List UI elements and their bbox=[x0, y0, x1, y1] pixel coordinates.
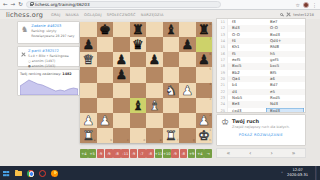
square-f5[interactable] bbox=[163, 67, 180, 82]
lock-icon bbox=[30, 4, 33, 7]
file-label-c: c bbox=[127, 139, 129, 142]
username[interactable]: tester1218 bbox=[293, 12, 314, 17]
lichess-logo[interactable]: lichess.org bbox=[6, 11, 43, 19]
black-queen: ♛ bbox=[130, 37, 147, 52]
square-a7[interactable]: ♟ bbox=[80, 37, 97, 52]
black-rook: ♜ bbox=[130, 22, 147, 37]
clock-date: 2020-03-31 bbox=[287, 173, 308, 178]
square-h2[interactable]: ♟2 bbox=[196, 113, 213, 128]
chrome-icon[interactable] bbox=[27, 170, 34, 177]
browser-menu-icon[interactable]: ⋮ bbox=[312, 2, 317, 8]
system-tray: ˄ 12:07 2020-03-31 bbox=[281, 166, 317, 180]
puzzle-title-link[interactable]: Zadanie #46203 bbox=[31, 24, 74, 28]
black-pawn: ♟ bbox=[113, 52, 130, 67]
square-d8[interactable]: ♜ bbox=[130, 22, 147, 37]
square-b8[interactable]: ♚ bbox=[97, 22, 114, 37]
puzzle-played-count: Rozwiązywane 28 297 razy bbox=[31, 34, 74, 38]
white-pawn: ♟ bbox=[179, 83, 196, 98]
your-move-panel: ♔ Twój ruch Znajdź najlepszy ruch dla bi… bbox=[216, 114, 306, 146]
move-number: 25 bbox=[217, 108, 228, 113]
history-result-cell[interactable]: -8 bbox=[113, 149, 121, 158]
square-a3[interactable] bbox=[80, 98, 97, 113]
square-h8[interactable]: ♜8 bbox=[196, 22, 213, 37]
square-b1[interactable]: b bbox=[97, 128, 114, 143]
square-g4[interactable]: ♟ bbox=[179, 83, 196, 98]
square-a6[interactable]: ♛ bbox=[80, 52, 97, 67]
history-result-cell[interactable]: +4 bbox=[80, 149, 88, 158]
square-e3[interactable]: ♝ bbox=[146, 98, 163, 113]
rank-label-7: 7 bbox=[209, 38, 211, 41]
square-b3[interactable] bbox=[97, 98, 114, 113]
first-move-button[interactable]: « bbox=[226, 150, 230, 156]
square-c8[interactable] bbox=[113, 22, 130, 37]
square-g6[interactable] bbox=[179, 52, 196, 67]
next-move-button[interactable]: › bbox=[270, 150, 272, 156]
square-a2[interactable]: ♟ bbox=[80, 113, 97, 128]
history-result-cell[interactable]: -7 bbox=[138, 149, 146, 158]
history-result-cell[interactable]: -8 bbox=[180, 149, 188, 158]
square-c7[interactable] bbox=[113, 37, 130, 52]
white-king-icon: ♔ bbox=[221, 118, 229, 127]
square-c4[interactable] bbox=[113, 83, 130, 98]
main-nav: GRAJNAUKAOGLĄDAJSPOŁECZNOŚĆNARZĘDZIA bbox=[51, 13, 164, 17]
rating-label: Twój ranking zadaniowy: bbox=[20, 72, 62, 76]
history-result-cell[interactable]: -11 bbox=[121, 149, 129, 158]
rank-label-6: 6 bbox=[209, 53, 211, 56]
firefox-icon-shape bbox=[51, 170, 58, 177]
square-h1[interactable]: ♚1h bbox=[196, 128, 213, 143]
rank-label-8: 8 bbox=[209, 23, 211, 26]
square-e5[interactable] bbox=[146, 67, 163, 82]
square-a8[interactable] bbox=[80, 22, 97, 37]
white-queen: ♛ bbox=[80, 52, 97, 67]
crossed-swords-icon bbox=[21, 52, 25, 56]
square-c2[interactable] bbox=[113, 113, 130, 128]
file-label-e: e bbox=[160, 139, 162, 142]
browser-actions: ☆ ⋮ bbox=[296, 2, 317, 8]
prev-move-button[interactable]: ‹ bbox=[249, 150, 251, 156]
move-row: 25cxd3Bxd3 bbox=[217, 108, 305, 113]
square-c6[interactable]: ♟ bbox=[113, 52, 130, 67]
square-c1[interactable]: c bbox=[113, 128, 130, 143]
black-bishop: ♝ bbox=[163, 22, 180, 37]
move-cell[interactable]: cxd3 bbox=[228, 108, 266, 113]
file-label-a: a bbox=[94, 139, 96, 142]
rank-label-5: 5 bbox=[209, 68, 211, 71]
show-desktop-button[interactable] bbox=[315, 166, 317, 180]
square-g7[interactable]: ♟ bbox=[179, 37, 196, 52]
rating-sparkline-chart bbox=[20, 77, 78, 95]
square-g5[interactable] bbox=[179, 67, 196, 82]
square-b7[interactable] bbox=[97, 37, 114, 52]
square-b5[interactable] bbox=[97, 67, 114, 82]
nav-item-oglądaj[interactable]: OGLĄDAJ bbox=[84, 13, 102, 17]
square-a4[interactable] bbox=[80, 83, 97, 98]
square-e4[interactable] bbox=[146, 83, 163, 98]
browser-profile-avatar[interactable] bbox=[303, 2, 309, 8]
start-icon-shape bbox=[3, 171, 6, 174]
back-icon[interactable]: ← bbox=[3, 2, 8, 8]
square-b6[interactable] bbox=[97, 52, 114, 67]
white-player: ○ anonim (1497) bbox=[28, 59, 69, 63]
black-pawn: ♟ bbox=[179, 37, 196, 52]
url-text: lichess.org/training/46203 bbox=[35, 2, 90, 7]
square-f1[interactable]: ♜f bbox=[163, 128, 180, 143]
source-game-card: Z partii #382572 5+0 • Blitz • Rankingow… bbox=[17, 46, 80, 67]
white-pawn: ♟ bbox=[97, 113, 114, 128]
square-f3[interactable] bbox=[163, 98, 180, 113]
rating-value: 1482 bbox=[62, 72, 71, 76]
square-a1[interactable]: ♜a bbox=[80, 128, 97, 143]
rank-label-1: 1 bbox=[209, 129, 211, 132]
history-result-cell[interactable]: -9 bbox=[130, 149, 138, 158]
rank-label-4: 4 bbox=[209, 83, 211, 86]
move-list: 11f3Be712Bd3O-O13O-OBxd314f4Qd4+15Kh1Rfd… bbox=[216, 18, 306, 113]
square-h3[interactable]: 3 bbox=[196, 98, 213, 113]
last-move-button[interactable]: » bbox=[292, 150, 296, 156]
square-c5[interactable]: ♟ bbox=[113, 67, 130, 82]
square-d3[interactable]: ♝ bbox=[130, 98, 147, 113]
rating-card: Twój ranking zadaniowy: 1482 bbox=[17, 69, 80, 96]
square-f8[interactable]: ♝ bbox=[163, 22, 180, 37]
nav-item-graj[interactable]: GRAJ bbox=[51, 13, 60, 17]
square-d7[interactable]: ♛ bbox=[130, 37, 147, 52]
nav-item-narzędzia[interactable]: NARZĘDZIA bbox=[141, 13, 164, 17]
square-d6[interactable] bbox=[130, 52, 147, 67]
reload-icon[interactable]: ↻ bbox=[18, 2, 23, 8]
black-king: ♚ bbox=[97, 22, 114, 37]
square-g3[interactable] bbox=[179, 98, 196, 113]
your-move-subtitle: Znajdź najlepszy ruch dla białych. bbox=[232, 125, 290, 129]
black-bishop: ♝ bbox=[130, 98, 147, 113]
square-c3[interactable] bbox=[113, 98, 130, 113]
square-g2[interactable] bbox=[179, 113, 196, 128]
history-result-cell[interactable]: +9 bbox=[188, 149, 196, 158]
square-d4[interactable] bbox=[130, 83, 147, 98]
square-h6[interactable]: ♟6 bbox=[196, 52, 213, 67]
square-b2[interactable]: ♟ bbox=[97, 113, 114, 128]
square-d5[interactable] bbox=[130, 67, 147, 82]
game-type: 5+0 • Blitz • Rankingowa bbox=[28, 54, 69, 58]
nav-item-społeczność[interactable]: SPOŁECZNOŚĆ bbox=[107, 13, 136, 17]
black-pawn: ♟ bbox=[80, 37, 97, 52]
square-e7[interactable] bbox=[146, 37, 163, 52]
nav-item-nauka[interactable]: NAUKA bbox=[65, 13, 79, 17]
black-pawn: ♟ bbox=[146, 52, 163, 67]
rank-label-2: 2 bbox=[209, 114, 211, 117]
history-result-cell[interactable]: +5 bbox=[88, 149, 96, 158]
puzzle-rating: Ranking: ukryty bbox=[31, 29, 74, 33]
square-f4[interactable]: ♞ bbox=[163, 83, 180, 98]
file-label-d: d bbox=[143, 139, 145, 142]
opera-icon-shape bbox=[39, 170, 46, 177]
start-icon[interactable] bbox=[3, 170, 10, 177]
folder-icon-shape bbox=[15, 171, 22, 176]
search-icon[interactable] bbox=[280, 13, 283, 16]
history-result-cell[interactable]: +4 bbox=[196, 149, 204, 158]
folder-icon[interactable] bbox=[15, 170, 22, 177]
square-d2[interactable] bbox=[130, 113, 147, 128]
history-result-cell[interactable]: -8 bbox=[146, 149, 154, 158]
square-e2[interactable] bbox=[146, 113, 163, 128]
square-f2[interactable] bbox=[163, 113, 180, 128]
chrome-icon-shape bbox=[27, 170, 34, 177]
taskbar: ˄ 12:07 2020-03-31 bbox=[0, 166, 320, 180]
rank-label-3: 3 bbox=[209, 98, 211, 101]
black-player: ● anonim (1503) bbox=[28, 64, 69, 68]
bookmark-star-icon[interactable]: ☆ bbox=[296, 2, 300, 8]
playback-controls: «‹›» bbox=[216, 148, 306, 158]
black-pawn: ♟ bbox=[113, 67, 130, 82]
browser-toolbar: ← → ↻ lichess.org/training/46203 ☆ ⋮ bbox=[0, 0, 320, 10]
square-d1[interactable]: d bbox=[130, 128, 147, 143]
challenge-icon[interactable] bbox=[286, 13, 290, 17]
square-g1[interactable]: g bbox=[179, 128, 196, 143]
source-game-link[interactable]: Z partii #382572 bbox=[28, 49, 69, 53]
firefox-icon[interactable] bbox=[51, 170, 58, 177]
square-g8[interactable] bbox=[179, 22, 196, 37]
history-result-cell[interactable]: -9 bbox=[97, 149, 105, 158]
puzzle-info-card: ♞ Zadanie #46203 Ranking: ukryty Rozwiąz… bbox=[17, 21, 80, 44]
puzzle-history-strip: +4+5-9-9-8-11-9-7-8+11+10-9-8+9+4→ bbox=[80, 149, 212, 158]
your-move-title: Twój ruch bbox=[232, 118, 290, 124]
header-right: tester1218 bbox=[280, 12, 314, 17]
taskbar-clock[interactable]: 12:07 2020-03-31 bbox=[287, 168, 308, 177]
square-e8[interactable] bbox=[146, 22, 163, 37]
square-e1[interactable]: e bbox=[146, 128, 163, 143]
address-bar[interactable]: lichess.org/training/46203 bbox=[26, 1, 221, 8]
square-h4[interactable]: 4 bbox=[196, 83, 213, 98]
white-pawn: ♟ bbox=[80, 113, 97, 128]
file-label-h: h bbox=[209, 139, 211, 142]
move-cell[interactable]: Bxd3 bbox=[266, 108, 304, 113]
tray-chevron-icon[interactable]: ˄ bbox=[281, 171, 283, 176]
square-f7[interactable] bbox=[163, 37, 180, 52]
taskbar-icons bbox=[3, 170, 58, 177]
square-h5[interactable]: 5 bbox=[196, 67, 213, 82]
history-result-cell[interactable]: → bbox=[204, 149, 212, 158]
square-h7[interactable]: 7 bbox=[196, 37, 213, 52]
screen: ← → ↻ lichess.org/training/46203 ☆ ⋮ lic… bbox=[0, 0, 320, 180]
opera-icon[interactable] bbox=[39, 170, 46, 177]
puzzle-icon: ♞ bbox=[21, 26, 28, 41]
file-label-g: g bbox=[193, 139, 195, 142]
square-b4[interactable] bbox=[97, 83, 114, 98]
square-e6[interactable]: ♟ bbox=[146, 52, 163, 67]
forward-icon[interactable]: → bbox=[11, 2, 16, 8]
chess-board: ♚♜♝♜8♟♛♟7♛♟♟♟6♟5♞♟4♝♝3♟♟♟2♜abcde♜fg♚1h bbox=[80, 22, 212, 143]
white-bishop: ♝ bbox=[146, 98, 163, 113]
file-label-b: b bbox=[110, 139, 112, 142]
history-result-cell[interactable]: +11 bbox=[155, 149, 163, 158]
history-result-cell[interactable]: -9 bbox=[171, 149, 179, 158]
square-a5[interactable] bbox=[80, 67, 97, 82]
square-f6[interactable] bbox=[163, 52, 180, 67]
history-result-cell[interactable]: -9 bbox=[105, 149, 113, 158]
white-knight: ♞ bbox=[163, 83, 180, 98]
view-solution-link[interactable]: POKAŻ ROZWIĄZANIE bbox=[221, 133, 301, 137]
history-result-cell[interactable]: +10 bbox=[163, 149, 171, 158]
puzzle-rating-line: Twój ranking zadaniowy: 1482 bbox=[20, 72, 77, 76]
